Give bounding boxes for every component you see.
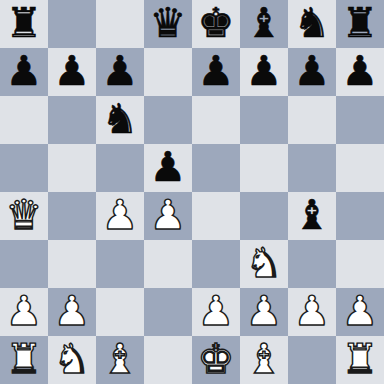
piece-black-rook[interactable]: ♜ [6,0,43,47]
square-d2[interactable] [144,288,192,336]
piece-black-bishop[interactable]: ♝ [294,191,331,239]
square-f8[interactable]: ♝ [240,0,288,48]
square-f2[interactable]: ♟ [240,288,288,336]
square-h2[interactable]: ♟ [336,288,384,336]
square-e1[interactable]: ♚ [192,336,240,384]
piece-white-knight[interactable]: ♞ [54,335,91,383]
square-f3[interactable]: ♞ [240,240,288,288]
piece-white-pawn[interactable]: ♟ [246,287,283,335]
piece-white-pawn[interactable]: ♟ [6,287,43,335]
piece-black-pawn[interactable]: ♟ [342,47,379,95]
piece-white-rook[interactable]: ♜ [342,335,379,383]
square-d8[interactable]: ♛ [144,0,192,48]
square-a5[interactable] [0,144,48,192]
piece-white-pawn[interactable]: ♟ [342,287,379,335]
piece-black-knight[interactable]: ♞ [294,0,331,47]
square-d6[interactable] [144,96,192,144]
square-c2[interactable] [96,288,144,336]
square-c5[interactable] [96,144,144,192]
square-d7[interactable] [144,48,192,96]
piece-black-pawn[interactable]: ♟ [198,47,235,95]
square-c7[interactable]: ♟ [96,48,144,96]
square-g6[interactable] [288,96,336,144]
square-h6[interactable] [336,96,384,144]
square-b2[interactable]: ♟ [48,288,96,336]
square-g4[interactable]: ♝ [288,192,336,240]
square-h7[interactable]: ♟ [336,48,384,96]
square-a3[interactable] [0,240,48,288]
piece-white-pawn[interactable]: ♟ [102,191,139,239]
piece-white-rook[interactable]: ♜ [6,335,43,383]
square-d4[interactable]: ♟ [144,192,192,240]
square-c1[interactable]: ♝ [96,336,144,384]
square-g5[interactable] [288,144,336,192]
square-b6[interactable] [48,96,96,144]
piece-white-bishop[interactable]: ♝ [246,335,283,383]
square-h4[interactable] [336,192,384,240]
piece-black-bishop[interactable]: ♝ [246,0,283,47]
square-f5[interactable] [240,144,288,192]
square-e5[interactable] [192,144,240,192]
piece-white-pawn[interactable]: ♟ [150,191,187,239]
piece-black-pawn[interactable]: ♟ [150,143,187,191]
square-a4[interactable]: ♛ [0,192,48,240]
square-a7[interactable]: ♟ [0,48,48,96]
square-c6[interactable]: ♞ [96,96,144,144]
square-g1[interactable] [288,336,336,384]
square-f1[interactable]: ♝ [240,336,288,384]
square-b5[interactable] [48,144,96,192]
square-b4[interactable] [48,192,96,240]
square-c4[interactable]: ♟ [96,192,144,240]
piece-white-king[interactable]: ♚ [198,335,235,383]
square-f6[interactable] [240,96,288,144]
piece-white-pawn[interactable]: ♟ [54,287,91,335]
piece-black-rook[interactable]: ♜ [342,0,379,47]
piece-black-pawn[interactable]: ♟ [246,47,283,95]
square-b8[interactable] [48,0,96,48]
square-b3[interactable] [48,240,96,288]
square-g7[interactable]: ♟ [288,48,336,96]
square-d3[interactable] [144,240,192,288]
piece-black-pawn[interactable]: ♟ [6,47,43,95]
square-d1[interactable] [144,336,192,384]
piece-white-queen[interactable]: ♛ [6,191,43,239]
chess-board: ♜♛♚♝♞♜♟♟♟♟♟♟♟♞♟♛♟♟♝♞♟♟♟♟♟♟♜♞♝♚♝♜ [0,0,384,384]
square-e7[interactable]: ♟ [192,48,240,96]
square-b1[interactable]: ♞ [48,336,96,384]
square-h5[interactable] [336,144,384,192]
square-e4[interactable] [192,192,240,240]
square-e8[interactable]: ♚ [192,0,240,48]
square-h3[interactable] [336,240,384,288]
square-e6[interactable] [192,96,240,144]
piece-black-pawn[interactable]: ♟ [294,47,331,95]
square-a1[interactable]: ♜ [0,336,48,384]
piece-black-queen[interactable]: ♛ [150,0,187,47]
square-g2[interactable]: ♟ [288,288,336,336]
square-e2[interactable]: ♟ [192,288,240,336]
square-e3[interactable] [192,240,240,288]
piece-black-king[interactable]: ♚ [198,0,235,47]
square-g8[interactable]: ♞ [288,0,336,48]
piece-white-knight[interactable]: ♞ [246,239,283,287]
square-g3[interactable] [288,240,336,288]
square-f4[interactable] [240,192,288,240]
square-f7[interactable]: ♟ [240,48,288,96]
square-d5[interactable]: ♟ [144,144,192,192]
square-a8[interactable]: ♜ [0,0,48,48]
piece-white-pawn[interactable]: ♟ [198,287,235,335]
square-c3[interactable] [96,240,144,288]
piece-black-pawn[interactable]: ♟ [102,47,139,95]
square-a2[interactable]: ♟ [0,288,48,336]
square-h8[interactable]: ♜ [336,0,384,48]
piece-black-pawn[interactable]: ♟ [54,47,91,95]
square-h1[interactable]: ♜ [336,336,384,384]
square-a6[interactable] [0,96,48,144]
square-b7[interactable]: ♟ [48,48,96,96]
square-c8[interactable] [96,0,144,48]
piece-white-pawn[interactable]: ♟ [294,287,331,335]
piece-white-bishop[interactable]: ♝ [102,335,139,383]
piece-black-knight[interactable]: ♞ [102,95,139,143]
